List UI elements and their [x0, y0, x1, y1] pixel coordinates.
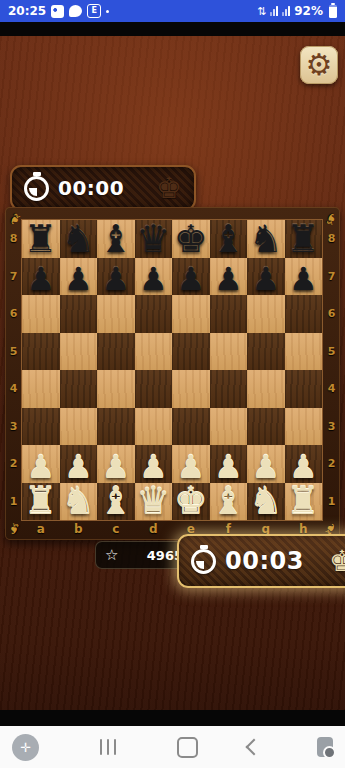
black-pawn[interactable]: ♟	[176, 263, 205, 295]
rank-labels-right: 87654321	[323, 220, 340, 520]
square-d7[interactable]: ♟	[135, 258, 173, 296]
square-e8[interactable]: ♚	[172, 220, 210, 258]
rank-label: 2	[5, 445, 22, 483]
square-h7[interactable]: ♟	[285, 258, 323, 296]
square-a2[interactable]: ♟	[22, 445, 60, 483]
square-f6[interactable]	[210, 295, 248, 333]
square-f7[interactable]: ♟	[210, 258, 248, 296]
black-knight[interactable]: ♞	[61, 220, 95, 258]
white-bishop[interactable]: ♝	[211, 482, 245, 520]
black-queen[interactable]: ♛	[136, 220, 170, 258]
square-b1[interactable]: ♞	[60, 483, 98, 521]
gear-icon: ⚙	[306, 50, 333, 80]
signal-icon	[270, 6, 278, 16]
square-f4[interactable]	[210, 370, 248, 408]
square-e5[interactable]	[172, 333, 210, 371]
rank-label: 3	[323, 408, 340, 446]
black-pawn[interactable]: ♟	[251, 263, 280, 295]
stopwatch-icon	[191, 549, 216, 574]
file-label: b	[60, 520, 98, 537]
white-pawn[interactable]: ♟	[289, 451, 318, 483]
square-h6[interactable]	[285, 295, 323, 333]
black-king[interactable]: ♚	[174, 220, 208, 258]
home-button[interactable]	[177, 737, 198, 758]
square-d3[interactable]	[135, 408, 173, 446]
black-pawn[interactable]: ♟	[289, 263, 318, 295]
status-bar-right: ⇅ 92%	[257, 4, 337, 18]
square-e2[interactable]: ♟	[172, 445, 210, 483]
square-g4[interactable]	[247, 370, 285, 408]
black-clock-time: 00:00	[58, 176, 124, 200]
square-a3[interactable]	[22, 408, 60, 446]
black-pawn[interactable]: ♟	[139, 263, 168, 295]
square-e4[interactable]	[172, 370, 210, 408]
file-label: d	[135, 520, 173, 537]
square-e3[interactable]	[172, 408, 210, 446]
square-d1[interactable]: ♛	[135, 483, 173, 521]
square-e7[interactable]: ♟	[172, 258, 210, 296]
square-d6[interactable]	[135, 295, 173, 333]
white-pawn[interactable]: ♟	[139, 451, 168, 483]
white-pawn[interactable]: ♟	[214, 451, 243, 483]
white-pawn[interactable]: ♟	[251, 451, 280, 483]
chat-notification-icon	[69, 5, 82, 17]
board-grid: ♜♞♝♛♚♝♞♜♟♟♟♟♟♟♟♟♟♟♟♟♟♟♟♟♜♞♝♛♚♝♞♜	[22, 220, 322, 520]
rank-label: 1	[323, 483, 340, 521]
rank-label: 6	[323, 295, 340, 333]
square-c3[interactable]	[97, 408, 135, 446]
square-c4[interactable]	[97, 370, 135, 408]
back-button[interactable]	[246, 739, 263, 756]
black-clock-panel: 00:00 ♚	[10, 165, 196, 211]
rank-label: 7	[5, 258, 22, 296]
square-h3[interactable]	[285, 408, 323, 446]
square-c7[interactable]: ♟	[97, 258, 135, 296]
square-h8[interactable]: ♜	[285, 220, 323, 258]
square-b7[interactable]: ♟	[60, 258, 98, 296]
black-bishop[interactable]: ♝	[211, 220, 245, 258]
square-f2[interactable]: ♟	[210, 445, 248, 483]
rank-label: 7	[323, 258, 340, 296]
square-a8[interactable]: ♜	[22, 220, 60, 258]
square-h4[interactable]	[285, 370, 323, 408]
white-clock-panel: 00:03 ♚	[177, 534, 345, 588]
square-b6[interactable]	[60, 295, 98, 333]
rank-label: 2	[323, 445, 340, 483]
square-g1[interactable]: ♞	[247, 483, 285, 521]
white-king[interactable]: ♚	[174, 482, 208, 520]
white-pawn[interactable]: ♟	[26, 451, 55, 483]
square-a5[interactable]	[22, 333, 60, 371]
rank-label: 8	[5, 220, 22, 258]
square-h5[interactable]	[285, 333, 323, 371]
square-c1[interactable]: ♝	[97, 483, 135, 521]
square-h1[interactable]: ♜	[285, 483, 323, 521]
status-bar: 20:25 E ⇅ 92%	[0, 0, 345, 22]
chess-board: ❧ ❧ ❧ ❧ 87654321 87654321 ♜♞♝♛♚♝♞♜♟♟♟♟♟♟…	[5, 207, 340, 540]
android-nav-bar: ✛	[0, 726, 345, 768]
black-rook[interactable]: ♜	[24, 220, 58, 258]
square-f5[interactable]	[210, 333, 248, 371]
rank-label: 1	[5, 483, 22, 521]
status-bar-left: 20:25 E	[8, 4, 109, 18]
rank-label: 4	[5, 370, 22, 408]
file-label: c	[97, 520, 135, 537]
square-d2[interactable]: ♟	[135, 445, 173, 483]
white-rook[interactable]: ♜	[286, 482, 320, 520]
square-b3[interactable]	[60, 408, 98, 446]
square-b5[interactable]	[60, 333, 98, 371]
white-knight[interactable]: ♞	[61, 482, 95, 520]
white-clock-time: 00:03	[225, 547, 304, 575]
square-c5[interactable]	[97, 333, 135, 371]
rank-labels-left: 87654321	[5, 220, 22, 520]
black-pawn[interactable]: ♟	[214, 263, 243, 295]
square-b4[interactable]	[60, 370, 98, 408]
square-f1[interactable]: ♝	[210, 483, 248, 521]
stopwatch-icon	[24, 176, 49, 201]
letterbox-top	[0, 22, 345, 36]
battery-icon	[329, 5, 337, 18]
white-queen[interactable]: ♛	[136, 482, 170, 520]
notification-dot-icon	[106, 10, 109, 13]
black-king-icon: ♚	[156, 174, 182, 203]
white-pawn[interactable]: ♟	[64, 451, 93, 483]
square-c8[interactable]: ♝	[97, 220, 135, 258]
rank-label: 5	[323, 333, 340, 371]
square-a4[interactable]	[22, 370, 60, 408]
square-g7[interactable]: ♟	[247, 258, 285, 296]
star-icon: ☆	[105, 548, 118, 563]
rank-label: 5	[5, 333, 22, 371]
square-e6[interactable]	[172, 295, 210, 333]
square-f8[interactable]: ♝	[210, 220, 248, 258]
white-bishop[interactable]: ♝	[99, 482, 133, 520]
square-d4[interactable]	[135, 370, 173, 408]
square-b2[interactable]: ♟	[60, 445, 98, 483]
letterbox-bottom	[0, 710, 345, 726]
square-a7[interactable]: ♟	[22, 258, 60, 296]
square-e1[interactable]: ♚	[172, 483, 210, 521]
rank-label: 3	[5, 408, 22, 446]
white-pawn[interactable]: ♟	[176, 451, 205, 483]
black-pawn[interactable]: ♟	[64, 263, 93, 295]
screen-tool-icon[interactable]	[317, 737, 333, 757]
image-notification-icon	[51, 5, 64, 18]
square-g3[interactable]	[247, 408, 285, 446]
white-king-icon: ♚	[329, 547, 345, 576]
black-pawn[interactable]: ♟	[26, 263, 55, 295]
square-g8[interactable]: ♞	[247, 220, 285, 258]
rank-label: 8	[323, 220, 340, 258]
black-rook[interactable]: ♜	[286, 220, 320, 258]
gamepad-launcher-icon[interactable]: ✛	[12, 734, 39, 761]
square-g5[interactable]	[247, 333, 285, 371]
square-a1[interactable]: ♜	[22, 483, 60, 521]
black-knight[interactable]: ♞	[249, 220, 283, 258]
white-knight[interactable]: ♞	[249, 482, 283, 520]
data-arrows-icon: ⇅	[257, 6, 266, 17]
square-c6[interactable]	[97, 295, 135, 333]
white-pawn[interactable]: ♟	[101, 451, 130, 483]
e-badge-icon: E	[87, 4, 101, 18]
rank-label: 6	[5, 295, 22, 333]
chess-app-area: ⚙ 00:00 ♚ ❧ ❧ ❧ ❧ 87654321 87654321 ♜♞♝♛…	[0, 36, 345, 710]
file-label: a	[22, 520, 60, 537]
white-rook[interactable]: ♜	[24, 482, 58, 520]
square-g2[interactable]: ♟	[247, 445, 285, 483]
black-pawn[interactable]: ♟	[101, 263, 130, 295]
square-a6[interactable]	[22, 295, 60, 333]
square-b8[interactable]: ♞	[60, 220, 98, 258]
battery-percent: 92%	[294, 4, 323, 18]
settings-button[interactable]: ⚙	[300, 46, 338, 84]
square-f3[interactable]	[210, 408, 248, 446]
square-h2[interactable]: ♟	[285, 445, 323, 483]
signal-icon-2	[282, 6, 290, 16]
status-time: 20:25	[8, 4, 46, 18]
rank-label: 4	[323, 370, 340, 408]
recent-apps-button[interactable]	[90, 739, 127, 755]
square-d8[interactable]: ♛	[135, 220, 173, 258]
square-d5[interactable]	[135, 333, 173, 371]
square-g6[interactable]	[247, 295, 285, 333]
square-c2[interactable]: ♟	[97, 445, 135, 483]
black-bishop[interactable]: ♝	[99, 220, 133, 258]
